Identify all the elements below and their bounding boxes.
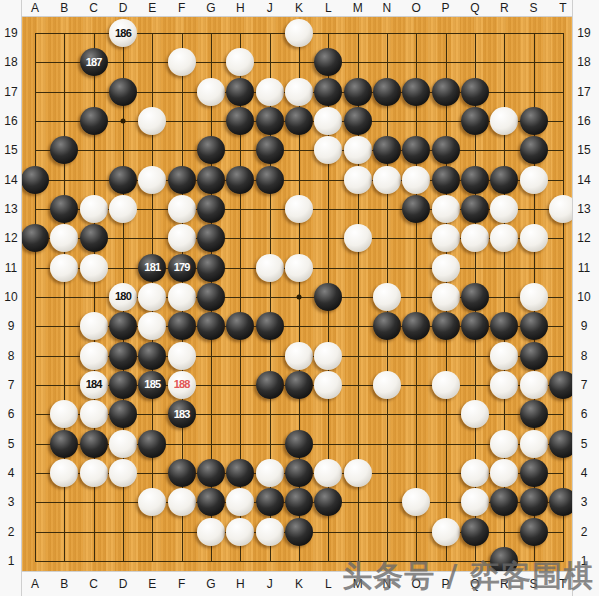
stone-R7[interactable]	[490, 371, 518, 399]
column-label-bottom: H	[236, 578, 245, 590]
stone-F9[interactable]	[168, 312, 196, 340]
stone-C6[interactable]	[80, 400, 108, 428]
row-label-right: 13	[577, 203, 590, 215]
column-label-top: G	[206, 2, 215, 14]
stone-N17[interactable]	[373, 78, 401, 106]
row-label-right: 12	[577, 232, 590, 244]
stone-P2[interactable]	[432, 518, 460, 546]
stone-Q16[interactable]	[461, 107, 489, 135]
move-number: 183	[174, 409, 190, 420]
stone-O9[interactable]	[402, 312, 430, 340]
stone-S5[interactable]	[520, 430, 548, 458]
move-number: 184	[86, 379, 102, 390]
column-label-top: A	[31, 2, 39, 14]
row-label-right: 17	[577, 86, 590, 98]
row-label-left: 17	[4, 86, 17, 98]
row-label-right: 14	[577, 174, 590, 186]
stone-K5[interactable]	[285, 430, 313, 458]
move-number: 186	[115, 28, 131, 39]
stone-E9[interactable]	[138, 312, 166, 340]
stone-A12[interactable]	[21, 224, 49, 252]
stone-K17[interactable]	[285, 78, 313, 106]
stone-P9[interactable]	[432, 312, 460, 340]
stone-H2[interactable]	[226, 518, 254, 546]
stone-F18[interactable]	[168, 48, 196, 76]
stone-C4[interactable]	[80, 459, 108, 487]
stone-H4[interactable]	[226, 459, 254, 487]
column-label-top: S	[530, 2, 538, 14]
stone-B4[interactable]	[50, 459, 78, 487]
stone-G13[interactable]	[197, 195, 225, 223]
stone-K13[interactable]	[285, 195, 313, 223]
row-label-right: 19	[577, 27, 590, 39]
stone-D8[interactable]	[109, 342, 137, 370]
stone-G12[interactable]	[197, 224, 225, 252]
stone-L4[interactable]	[314, 459, 342, 487]
stone-C13[interactable]	[80, 195, 108, 223]
stone-R13[interactable]	[490, 195, 518, 223]
stone-D17[interactable]	[109, 78, 137, 106]
stone-M12[interactable]	[344, 224, 372, 252]
last-move-number: 188	[174, 379, 190, 390]
move-number: 181	[144, 262, 160, 273]
stone-N7[interactable]	[373, 371, 401, 399]
column-label-bottom: A	[31, 578, 39, 590]
stone-C12[interactable]	[80, 224, 108, 252]
stone-E16[interactable]	[138, 107, 166, 135]
stone-K19[interactable]	[285, 19, 313, 47]
stone-G10[interactable]	[197, 283, 225, 311]
stone-B6[interactable]	[50, 400, 78, 428]
stone-H3[interactable]	[226, 488, 254, 516]
column-label-top: K	[295, 2, 303, 14]
stone-K7[interactable]	[285, 371, 313, 399]
stone-Q13[interactable]	[461, 195, 489, 223]
stone-F11[interactable]: 179	[168, 254, 196, 282]
column-label-top: C	[89, 2, 98, 14]
stone-L10[interactable]	[314, 283, 342, 311]
column-label-top: N	[383, 2, 392, 14]
stone-J4[interactable]	[256, 459, 284, 487]
row-label-left: 7	[8, 379, 15, 391]
row-label-left: 14	[4, 174, 17, 186]
stone-C5[interactable]	[80, 430, 108, 458]
stone-D9[interactable]	[109, 312, 137, 340]
row-label-left: 11	[5, 262, 17, 274]
stone-M15[interactable]	[344, 136, 372, 164]
stone-D6[interactable]	[109, 400, 137, 428]
row-label-right: 3	[581, 496, 588, 508]
stone-C11[interactable]	[80, 254, 108, 282]
stone-Q14[interactable]	[461, 166, 489, 194]
stone-P10[interactable]	[432, 283, 460, 311]
stone-F10[interactable]	[168, 283, 196, 311]
row-label-left: 8	[8, 350, 15, 362]
column-label-bottom: D	[119, 578, 128, 590]
stone-J7[interactable]	[256, 371, 284, 399]
stone-J17[interactable]	[256, 78, 284, 106]
stone-D7[interactable]	[109, 371, 137, 399]
stone-P12[interactable]	[432, 224, 460, 252]
row-label-left: 12	[4, 232, 17, 244]
row-label-right: 10	[577, 291, 590, 303]
stone-R3[interactable]	[490, 488, 518, 516]
stone-N14[interactable]	[373, 166, 401, 194]
stone-S4[interactable]	[520, 459, 548, 487]
row-label-right: 16	[577, 115, 590, 127]
column-label-bottom: J	[267, 578, 273, 590]
stone-Q2[interactable]	[461, 518, 489, 546]
stone-S15[interactable]	[520, 136, 548, 164]
stone-G14[interactable]	[197, 166, 225, 194]
stone-J9[interactable]	[256, 312, 284, 340]
stone-N10[interactable]	[373, 283, 401, 311]
row-label-left: 3	[8, 496, 15, 508]
stone-C8[interactable]	[80, 342, 108, 370]
stone-H16[interactable]	[226, 107, 254, 135]
stone-R9[interactable]	[490, 312, 518, 340]
stone-R12[interactable]	[490, 224, 518, 252]
row-label-right: 9	[581, 320, 588, 332]
hoshi-point	[120, 118, 125, 123]
stone-B5[interactable]	[50, 430, 78, 458]
stone-L16[interactable]	[314, 107, 342, 135]
stone-J16[interactable]	[256, 107, 284, 135]
stone-A14[interactable]	[21, 166, 49, 194]
stone-J2[interactable]	[256, 518, 284, 546]
stone-Q3[interactable]	[461, 488, 489, 516]
row-label-right: 5	[581, 438, 588, 450]
stone-S16[interactable]	[520, 107, 548, 135]
row-label-left: 15	[4, 144, 17, 156]
row-label-right: 8	[581, 350, 588, 362]
column-label-bottom: L	[325, 578, 332, 590]
column-label-bottom: B	[60, 578, 68, 590]
move-number: 187	[86, 57, 102, 68]
stone-J14[interactable]	[256, 166, 284, 194]
move-number: 180	[115, 291, 131, 302]
stone-Q12[interactable]	[461, 224, 489, 252]
grid-vertical-line	[416, 33, 417, 562]
stone-Q6[interactable]	[461, 400, 489, 428]
stone-E10[interactable]	[138, 283, 166, 311]
stone-B12[interactable]	[50, 224, 78, 252]
stone-L3[interactable]	[314, 488, 342, 516]
stone-L15[interactable]	[314, 136, 342, 164]
stone-G4[interactable]	[197, 459, 225, 487]
stone-H14[interactable]	[226, 166, 254, 194]
stone-B13[interactable]	[50, 195, 78, 223]
stone-M4[interactable]	[344, 459, 372, 487]
stone-M17[interactable]	[344, 78, 372, 106]
stone-P15[interactable]	[432, 136, 460, 164]
grid-vertical-line	[563, 33, 564, 562]
column-label-bottom: K	[295, 578, 303, 590]
stone-K4[interactable]	[285, 459, 313, 487]
stone-Q4[interactable]	[461, 459, 489, 487]
stone-P11[interactable]	[432, 254, 460, 282]
stone-R14[interactable]	[490, 166, 518, 194]
stone-C7[interactable]: 184	[80, 371, 108, 399]
stone-F8[interactable]	[168, 342, 196, 370]
stone-C16[interactable]	[80, 107, 108, 135]
stone-F7[interactable]: 188	[168, 371, 196, 399]
stone-Q9[interactable]	[461, 312, 489, 340]
stone-G2[interactable]	[197, 518, 225, 546]
stone-K16[interactable]	[285, 107, 313, 135]
stone-P17[interactable]	[432, 78, 460, 106]
column-label-top: H	[236, 2, 245, 14]
stone-G9[interactable]	[197, 312, 225, 340]
stone-K2[interactable]	[285, 518, 313, 546]
stone-J3[interactable]	[256, 488, 284, 516]
row-label-left: 2	[8, 526, 15, 538]
stone-S3[interactable]	[520, 488, 548, 516]
stone-G17[interactable]	[197, 78, 225, 106]
stone-O14[interactable]	[402, 166, 430, 194]
stone-S7[interactable]	[520, 371, 548, 399]
stone-M16[interactable]	[344, 107, 372, 135]
stone-R16[interactable]	[490, 107, 518, 135]
stone-O3[interactable]	[402, 488, 430, 516]
stone-S10[interactable]	[520, 283, 548, 311]
stone-R5[interactable]	[490, 430, 518, 458]
stone-S9[interactable]	[520, 312, 548, 340]
column-label-top: O	[412, 2, 421, 14]
stone-F14[interactable]	[168, 166, 196, 194]
row-label-right: 7	[581, 379, 588, 391]
stone-E11[interactable]: 181	[138, 254, 166, 282]
stone-C18[interactable]: 187	[80, 48, 108, 76]
stone-H9[interactable]	[226, 312, 254, 340]
column-label-bottom: G	[206, 578, 215, 590]
column-label-bottom: C	[89, 578, 98, 590]
stone-B15[interactable]	[50, 136, 78, 164]
stone-F13[interactable]	[168, 195, 196, 223]
stone-E3[interactable]	[138, 488, 166, 516]
row-label-left: 9	[8, 320, 15, 332]
stone-B11[interactable]	[50, 254, 78, 282]
row-label-left: 10	[4, 291, 17, 303]
stone-R4[interactable]	[490, 459, 518, 487]
stone-O15[interactable]	[402, 136, 430, 164]
stone-M14[interactable]	[344, 166, 372, 194]
stone-S12[interactable]	[520, 224, 548, 252]
column-label-top: F	[178, 2, 185, 14]
stone-E5[interactable]	[138, 430, 166, 458]
stone-C9[interactable]	[80, 312, 108, 340]
stone-Q10[interactable]	[461, 283, 489, 311]
column-label-top: B	[60, 2, 68, 14]
stone-D10[interactable]: 180	[109, 283, 137, 311]
column-label-top: L	[325, 2, 332, 14]
stone-D4[interactable]	[109, 459, 137, 487]
stone-H17[interactable]	[226, 78, 254, 106]
stone-D14[interactable]	[109, 166, 137, 194]
stone-F12[interactable]	[168, 224, 196, 252]
stone-S14[interactable]	[520, 166, 548, 194]
stone-E14[interactable]	[138, 166, 166, 194]
stone-D19[interactable]: 186	[109, 19, 137, 47]
column-label-top: E	[148, 2, 156, 14]
hoshi-point	[296, 294, 301, 299]
row-label-left: 18	[4, 56, 17, 68]
row-label-left: 16	[4, 115, 17, 127]
stone-P7[interactable]	[432, 371, 460, 399]
stone-P13[interactable]	[432, 195, 460, 223]
row-label-left: 4	[8, 467, 15, 479]
stone-G15[interactable]	[197, 136, 225, 164]
stone-G3[interactable]	[197, 488, 225, 516]
stone-K11[interactable]	[285, 254, 313, 282]
row-label-left: 19	[4, 27, 17, 39]
stone-E7[interactable]: 185	[138, 371, 166, 399]
stone-S2[interactable]	[520, 518, 548, 546]
stone-Q17[interactable]	[461, 78, 489, 106]
stone-N9[interactable]	[373, 312, 401, 340]
row-label-left: 13	[4, 203, 17, 215]
row-label-right: 6	[581, 408, 588, 420]
stone-L8[interactable]	[314, 342, 342, 370]
row-label-left: 6	[8, 408, 15, 420]
row-label-right: 2	[581, 526, 588, 538]
stone-J15[interactable]	[256, 136, 284, 164]
stone-F3[interactable]	[168, 488, 196, 516]
stone-E8[interactable]	[138, 342, 166, 370]
row-label-right: 4	[581, 467, 588, 479]
move-number: 179	[174, 262, 190, 273]
stone-R8[interactable]	[490, 342, 518, 370]
row-label-right: 11	[578, 262, 590, 274]
stone-F6[interactable]: 183	[168, 400, 196, 428]
column-label-top: T	[559, 2, 566, 14]
stone-D13[interactable]	[109, 195, 137, 223]
stone-K3[interactable]	[285, 488, 313, 516]
stone-G11[interactable]	[197, 254, 225, 282]
column-label-top: Q	[470, 2, 479, 14]
go-board-screenshot: 186187181179180184185188183 头条号 / 弈客围棋 A…	[0, 0, 599, 596]
stone-F4[interactable]	[168, 459, 196, 487]
stone-D5[interactable]	[109, 430, 137, 458]
stone-O13[interactable]	[402, 195, 430, 223]
row-label-left: 5	[8, 438, 15, 450]
column-label-top: P	[442, 2, 450, 14]
stone-L18[interactable]	[314, 48, 342, 76]
stone-O17[interactable]	[402, 78, 430, 106]
column-label-top: J	[267, 2, 273, 14]
stone-S8[interactable]	[520, 342, 548, 370]
row-label-right: 15	[577, 144, 590, 156]
row-label-right: 18	[577, 56, 590, 68]
column-label-top: D	[119, 2, 128, 14]
stone-P14[interactable]	[432, 166, 460, 194]
column-label-top: R	[500, 2, 509, 14]
stone-K8[interactable]	[285, 342, 313, 370]
stone-L7[interactable]	[314, 371, 342, 399]
column-label-bottom: F	[178, 578, 185, 590]
column-label-bottom: E	[148, 578, 156, 590]
stone-S6[interactable]	[520, 400, 548, 428]
stone-J11[interactable]	[256, 254, 284, 282]
row-label-left: 1	[8, 555, 15, 567]
column-label-top: M	[353, 2, 363, 14]
move-number: 185	[144, 379, 160, 390]
stone-N15[interactable]	[373, 136, 401, 164]
stone-L17[interactable]	[314, 78, 342, 106]
watermark-text: 头条号 / 弈客围棋	[342, 556, 594, 596]
stone-H18[interactable]	[226, 48, 254, 76]
